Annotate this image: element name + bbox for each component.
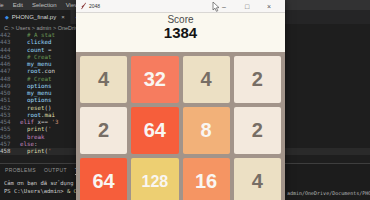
panel-tab-output[interactable]: OUTPUT: [44, 167, 67, 175]
tk-feather-icon: [80, 2, 86, 10]
game-window-title: 2048: [89, 3, 100, 9]
score-value: 1384: [76, 24, 285, 41]
python-file-icon: ◆: [5, 14, 9, 20]
tile-64: 64: [80, 158, 127, 200]
menu-file[interactable]: File: [0, 2, 4, 8]
tab-close-icon[interactable]: ×: [61, 14, 65, 20]
menu-selection[interactable]: Selection: [32, 2, 57, 8]
tile-16: 16: [183, 158, 230, 200]
game-window-2048: 2048 – □ × Score 1384 432422648264128164: [76, 0, 285, 200]
tile-2: 2: [234, 56, 281, 103]
terminal-wrapped-path: admin/OneDrive/Documents/PHONG_fi: [287, 190, 370, 196]
terminal-prompt: PS C:\Users\admin>: [4, 188, 67, 194]
score-area: Score 1384: [76, 13, 285, 52]
tab-label: PHONG_final.py: [12, 14, 56, 20]
tile-4: 4: [234, 158, 281, 200]
menu-items: FileEditSelectionView: [0, 2, 79, 8]
tile-128: 128: [131, 158, 178, 200]
tile-4: 4: [183, 56, 230, 103]
maximize-button[interactable]: □: [239, 0, 255, 13]
game-titlebar[interactable]: 2048 – □ ×: [76, 0, 285, 13]
tile-2: 2: [234, 107, 281, 154]
menu-edit[interactable]: Edit: [13, 2, 23, 8]
panel-tab-problems[interactable]: PROBLEMS: [5, 167, 36, 175]
close-button[interactable]: ×: [261, 0, 277, 13]
tile-64: 64: [131, 107, 178, 154]
tile-2: 2: [80, 107, 127, 154]
tab-phong-final-py[interactable]: ◆ PHONG_final.py ×: [0, 10, 71, 24]
board-grid: 432422648264128164: [76, 52, 285, 200]
tile-4: 4: [80, 56, 127, 103]
minimize-button[interactable]: –: [216, 0, 232, 13]
tile-32: 32: [131, 56, 178, 103]
tile-8: 8: [183, 107, 230, 154]
